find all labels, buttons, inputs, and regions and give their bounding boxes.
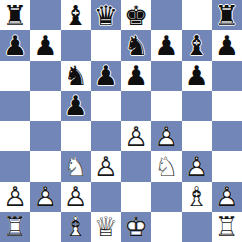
piece-black-pawn: ♟	[0, 30, 30, 60]
square-e3[interactable]	[121, 151, 151, 181]
square-h8[interactable]: ♜	[212, 0, 242, 30]
square-f1[interactable]	[151, 212, 181, 242]
white-piece-outline: ♙	[151, 121, 181, 151]
square-c5[interactable]: ♟	[61, 91, 91, 121]
square-b3[interactable]	[30, 151, 60, 181]
square-g7[interactable]: ♝	[182, 30, 212, 60]
square-g2[interactable]: ♝♗	[182, 182, 212, 212]
square-g5[interactable]	[182, 91, 212, 121]
piece-white-pawn: ♟♙	[91, 151, 121, 181]
square-h5[interactable]	[212, 91, 242, 121]
piece-white-pawn: ♟♙	[151, 121, 181, 151]
square-a1[interactable]: ♜♖	[0, 212, 30, 242]
piece-white-knight: ♞♘	[151, 151, 181, 181]
piece-black-rook: ♜	[212, 0, 242, 30]
square-c8[interactable]: ♝	[61, 0, 91, 30]
piece-white-queen: ♛♕	[91, 212, 121, 242]
square-a4[interactable]	[0, 121, 30, 151]
square-h1[interactable]: ♜♖	[212, 212, 242, 242]
square-a8[interactable]: ♜	[0, 0, 30, 30]
piece-white-rook: ♜♖	[0, 212, 30, 242]
square-d5[interactable]	[91, 91, 121, 121]
square-b5[interactable]	[30, 91, 60, 121]
white-piece-outline: ♔	[121, 212, 151, 242]
square-f2[interactable]	[151, 182, 181, 212]
white-piece-outline: ♙	[0, 182, 30, 212]
square-g1[interactable]	[182, 212, 212, 242]
square-a7[interactable]: ♟	[0, 30, 30, 60]
square-e7[interactable]: ♞	[121, 30, 151, 60]
piece-black-bishop: ♝	[61, 0, 91, 30]
white-piece-outline: ♙	[182, 151, 212, 181]
white-piece-outline: ♘	[61, 151, 91, 181]
white-piece-outline: ♗	[61, 212, 91, 242]
square-c6[interactable]: ♞	[61, 61, 91, 91]
piece-black-pawn: ♟	[61, 91, 91, 121]
piece-white-bishop: ♝♗	[61, 212, 91, 242]
white-piece-outline: ♘	[151, 151, 181, 181]
white-piece-outline: ♙	[61, 182, 91, 212]
piece-white-bishop: ♝♗	[182, 182, 212, 212]
white-piece-outline: ♖	[0, 212, 30, 242]
piece-black-pawn: ♟	[182, 61, 212, 91]
white-piece-outline: ♕	[91, 212, 121, 242]
square-b8[interactable]	[30, 0, 60, 30]
piece-black-pawn: ♟	[30, 30, 60, 60]
piece-black-king: ♚	[121, 0, 151, 30]
square-e5[interactable]	[121, 91, 151, 121]
piece-black-rook: ♜	[0, 0, 30, 30]
square-h3[interactable]	[212, 151, 242, 181]
piece-white-pawn: ♟♙	[61, 182, 91, 212]
square-b1[interactable]	[30, 212, 60, 242]
piece-white-rook: ♜♖	[212, 212, 242, 242]
white-piece-outline: ♖	[212, 212, 242, 242]
square-c7[interactable]	[61, 30, 91, 60]
square-d1[interactable]: ♛♕	[91, 212, 121, 242]
square-g6[interactable]: ♟	[182, 61, 212, 91]
white-piece-outline: ♙	[30, 182, 60, 212]
square-b6[interactable]	[30, 61, 60, 91]
square-h7[interactable]: ♟	[212, 30, 242, 60]
white-piece-outline: ♙	[212, 182, 242, 212]
white-piece-outline: ♙	[91, 151, 121, 181]
piece-white-pawn: ♟♙	[121, 121, 151, 151]
square-a3[interactable]	[0, 151, 30, 181]
square-e1[interactable]: ♚♔	[121, 212, 151, 242]
piece-white-pawn: ♟♙	[30, 182, 60, 212]
square-h4[interactable]	[212, 121, 242, 151]
square-c2[interactable]: ♟♙	[61, 182, 91, 212]
square-g4[interactable]	[182, 121, 212, 151]
square-e8[interactable]: ♚	[121, 0, 151, 30]
square-h6[interactable]	[212, 61, 242, 91]
piece-white-pawn: ♟♙	[0, 182, 30, 212]
square-h2[interactable]: ♟♙	[212, 182, 242, 212]
square-d6[interactable]: ♟	[91, 61, 121, 91]
square-b7[interactable]: ♟	[30, 30, 60, 60]
square-b2[interactable]: ♟♙	[30, 182, 60, 212]
piece-white-king: ♚♔	[121, 212, 151, 242]
square-g8[interactable]	[182, 0, 212, 30]
square-d4[interactable]	[91, 121, 121, 151]
piece-black-knight: ♞	[121, 30, 151, 60]
piece-black-bishop: ♝	[182, 30, 212, 60]
piece-black-pawn: ♟	[212, 30, 242, 60]
square-c3[interactable]: ♞♘	[61, 151, 91, 181]
piece-white-pawn: ♟♙	[212, 182, 242, 212]
square-d8[interactable]: ♛	[91, 0, 121, 30]
square-e4[interactable]: ♟♙	[121, 121, 151, 151]
white-piece-outline: ♙	[121, 121, 151, 151]
piece-black-queen: ♛	[91, 0, 121, 30]
piece-black-knight: ♞	[61, 61, 91, 91]
piece-white-pawn: ♟♙	[182, 151, 212, 181]
square-f4[interactable]: ♟♙	[151, 121, 181, 151]
square-b4[interactable]	[30, 121, 60, 151]
square-g3[interactable]: ♟♙	[182, 151, 212, 181]
square-c4[interactable]	[61, 121, 91, 151]
square-f7[interactable]: ♟	[151, 30, 181, 60]
piece-black-pawn: ♟	[151, 30, 181, 60]
square-f8[interactable]	[151, 0, 181, 30]
piece-white-knight: ♞♘	[61, 151, 91, 181]
square-a6[interactable]	[0, 61, 30, 91]
square-d7[interactable]	[91, 30, 121, 60]
square-d3[interactable]: ♟♙	[91, 151, 121, 181]
square-e6[interactable]: ♟	[121, 61, 151, 91]
square-a5[interactable]	[0, 91, 30, 121]
square-d2[interactable]	[91, 182, 121, 212]
chess-board: ♜♝♛♚♜♟♟♞♟♝♟♞♟♟♟♟♟♙♟♙♞♘♟♙♞♘♟♙♟♙♟♙♟♙♝♗♟♙♜♖…	[0, 0, 242, 242]
square-a2[interactable]: ♟♙	[0, 182, 30, 212]
square-f6[interactable]	[151, 61, 181, 91]
square-f3[interactable]: ♞♘	[151, 151, 181, 181]
square-c1[interactable]: ♝♗	[61, 212, 91, 242]
piece-black-pawn: ♟	[121, 61, 151, 91]
piece-black-pawn: ♟	[91, 61, 121, 91]
square-e2[interactable]	[121, 182, 151, 212]
white-piece-outline: ♗	[182, 182, 212, 212]
square-f5[interactable]	[151, 91, 181, 121]
